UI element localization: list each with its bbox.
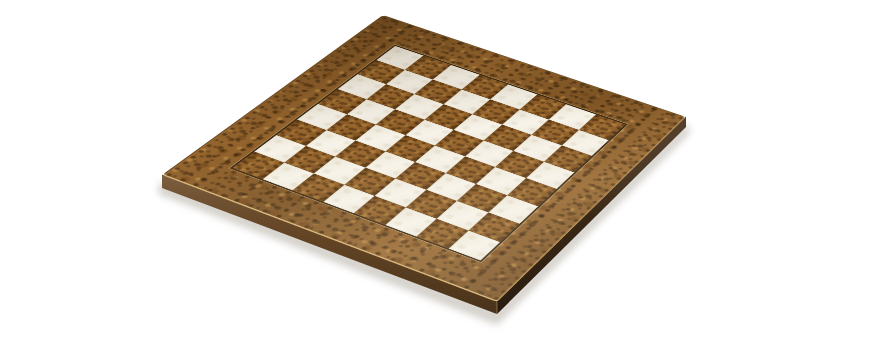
product-photo-stage: [0, 0, 870, 340]
